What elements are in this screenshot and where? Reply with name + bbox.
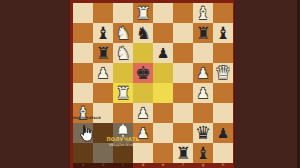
- square-b8[interactable]: [93, 3, 113, 23]
- hand-cursor-icon: [77, 124, 94, 144]
- piece-white-knight-c6[interactable]: ♞: [115, 43, 130, 63]
- square-f6[interactable]: [173, 43, 193, 63]
- piece-white-rook-c4[interactable]: ♜: [115, 83, 130, 103]
- piece-black-queen-g2[interactable]: ♛: [195, 123, 211, 143]
- square-a5[interactable]: [73, 63, 93, 83]
- square-g7[interactable]: ♜: [193, 23, 213, 43]
- page-edge-shadow: [297, 0, 300, 168]
- square-g4[interactable]: ♟: [193, 83, 213, 103]
- square-e4[interactable]: [153, 83, 173, 103]
- piece-black-rook-g7[interactable]: ♜: [195, 23, 210, 43]
- square-d7[interactable]: ♞: [133, 23, 153, 43]
- square-h4[interactable]: [213, 83, 233, 103]
- square-d6[interactable]: [133, 43, 153, 63]
- square-g5[interactable]: ♟: [193, 63, 213, 83]
- file-letter-g: g: [193, 161, 213, 168]
- piece-black-bishop-b7[interactable]: ♝: [95, 23, 110, 43]
- square-b6[interactable]: ♜: [93, 43, 113, 63]
- square-f7[interactable]: [173, 23, 193, 43]
- square-h7[interactable]: ♝: [213, 23, 233, 43]
- piece-white-rook-d8[interactable]: ♜: [135, 3, 150, 23]
- piece-black-rook-b6[interactable]: ♜: [95, 43, 110, 63]
- square-c3[interactable]: [113, 103, 133, 123]
- square-c5[interactable]: [113, 63, 133, 83]
- piece-white-bishop-a3[interactable]: ♝: [75, 103, 90, 123]
- square-a8[interactable]: [73, 3, 93, 23]
- notification-prompt-line1: ПОЛУЧАТЬ: [98, 136, 148, 142]
- square-e3[interactable]: [153, 103, 173, 123]
- square-f3[interactable]: [173, 103, 193, 123]
- square-b7[interactable]: ♝: [93, 23, 113, 43]
- subscribe-caption: ПОДПИСАТЬСЯ: [73, 116, 97, 120]
- square-f2[interactable]: [173, 123, 193, 143]
- square-d5[interactable]: ♚: [133, 63, 153, 83]
- square-f5[interactable]: [173, 63, 193, 83]
- square-h2[interactable]: ♟: [213, 123, 233, 143]
- piece-black-pawn-e6[interactable]: ♟: [157, 43, 170, 63]
- piece-white-pawn-b5[interactable]: ♟: [97, 63, 110, 83]
- square-b4[interactable]: [93, 83, 113, 103]
- square-d4[interactable]: [133, 83, 153, 103]
- square-f8[interactable]: [173, 3, 193, 23]
- file-letter-h: h: [213, 161, 233, 168]
- file-letter-f: f: [173, 161, 193, 168]
- piece-white-pawn-d3[interactable]: ♟: [137, 103, 150, 123]
- square-h8[interactable]: [213, 3, 233, 23]
- piece-white-bishop-g8[interactable]: ♝: [195, 3, 210, 23]
- square-h6[interactable]: [213, 43, 233, 63]
- square-d8[interactable]: ♜: [133, 3, 153, 23]
- piece-black-king-d5[interactable]: ♚: [135, 63, 151, 83]
- piece-white-pawn-g5[interactable]: ♟: [197, 63, 210, 83]
- square-e2[interactable]: [153, 123, 173, 143]
- square-b5[interactable]: ♟: [93, 63, 113, 83]
- square-d3[interactable]: ♟: [133, 103, 153, 123]
- piece-black-pawn-h2[interactable]: ♟: [217, 123, 230, 143]
- chess-board-frame: ♜♝♝♞♞♜♝♜♞♟♟♚♟♛♜♟♝♟♟♛♟♜♝ abcdefgh ПОДПИСА…: [69, 0, 235, 168]
- square-c4[interactable]: ♜: [113, 83, 133, 103]
- square-g8[interactable]: ♝: [193, 3, 213, 23]
- square-h5[interactable]: ♛: [213, 63, 233, 83]
- square-g3[interactable]: [193, 103, 213, 123]
- piece-white-pawn-g4[interactable]: ♟: [197, 83, 210, 103]
- square-e7[interactable]: [153, 23, 173, 43]
- square-f4[interactable]: [173, 83, 193, 103]
- piece-white-knight-c7[interactable]: ♞: [115, 23, 130, 43]
- notification-prompt-line2: УВЕДОМЛЕНИЯ: [98, 143, 148, 148]
- file-letter-e: e: [153, 161, 173, 168]
- square-e5[interactable]: [153, 63, 173, 83]
- square-g2[interactable]: ♛: [193, 123, 213, 143]
- square-b3[interactable]: [93, 103, 113, 123]
- square-g6[interactable]: [193, 43, 213, 63]
- square-c7[interactable]: ♞: [113, 23, 133, 43]
- square-a3[interactable]: ♝: [73, 103, 93, 123]
- square-c6[interactable]: ♞: [113, 43, 133, 63]
- square-e8[interactable]: [153, 3, 173, 23]
- file-letter-d: d: [133, 161, 153, 168]
- square-h3[interactable]: [213, 103, 233, 123]
- square-c8[interactable]: [113, 3, 133, 23]
- square-a7[interactable]: [73, 23, 93, 43]
- square-a6[interactable]: [73, 43, 93, 63]
- square-a4[interactable]: [73, 83, 93, 103]
- piece-black-knight-d7[interactable]: ♞: [135, 23, 150, 43]
- piece-white-queen-h5[interactable]: ♛: [215, 63, 231, 83]
- piece-black-bishop-h7[interactable]: ♝: [215, 23, 230, 43]
- square-e6[interactable]: ♟: [153, 43, 173, 63]
